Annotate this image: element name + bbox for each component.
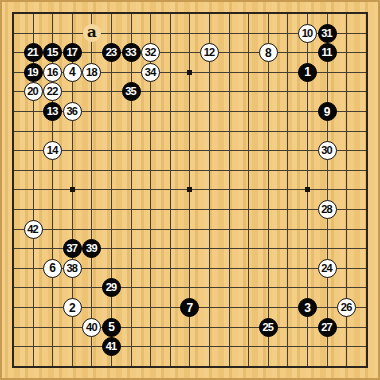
stone-19-black: 19 <box>24 63 43 82</box>
stone-9-black: 9 <box>318 102 337 121</box>
stone-5-black: 5 <box>102 318 121 337</box>
stone-25-black: 25 <box>259 318 278 337</box>
stone-21-black: 21 <box>24 43 43 62</box>
stone-11-black: 11 <box>318 43 337 62</box>
stone-4-white: 4 <box>63 63 82 82</box>
stone-2-white: 2 <box>63 298 82 317</box>
stone-33-black: 33 <box>122 43 141 62</box>
stone-38-white: 38 <box>63 259 82 278</box>
go-board[interactable]: a123456789101112131415161718192021222324… <box>0 0 380 380</box>
stone-34-white: 34 <box>141 63 160 82</box>
stone-8-white: 8 <box>259 43 278 62</box>
stone-37-black: 37 <box>63 239 82 258</box>
star-point-10-4 <box>187 70 192 75</box>
stone-10-white: 10 <box>298 24 317 43</box>
stone-16-white: 16 <box>43 63 62 82</box>
stone-24-white: 24 <box>318 259 337 278</box>
stone-36-white: 36 <box>63 102 82 121</box>
stone-30-white: 30 <box>318 141 337 160</box>
stone-3-black: 3 <box>298 298 317 317</box>
stone-6-white: 6 <box>43 259 62 278</box>
star-point-10-10 <box>187 187 192 192</box>
star-point-4-10 <box>70 187 75 192</box>
stone-31-black: 31 <box>318 24 337 43</box>
stone-28-white: 28 <box>318 200 337 219</box>
star-point-16-10 <box>305 187 310 192</box>
stone-35-black: 35 <box>122 82 141 101</box>
stone-17-black: 17 <box>63 43 82 62</box>
stone-1-black: 1 <box>298 63 317 82</box>
stone-20-white: 20 <box>24 82 43 101</box>
point-label-a: a <box>83 24 101 42</box>
stone-27-black: 27 <box>318 318 337 337</box>
stone-40-white: 40 <box>82 318 101 337</box>
stone-42-white: 42 <box>24 220 43 239</box>
